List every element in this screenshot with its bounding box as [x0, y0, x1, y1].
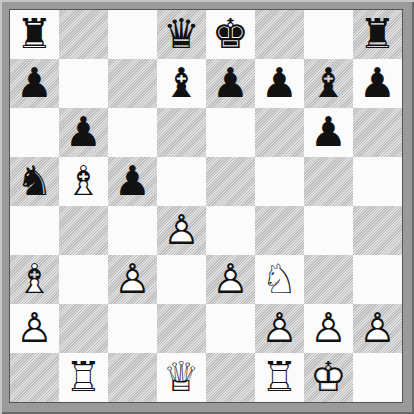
square-a7[interactable]: ♟: [10, 59, 59, 108]
square-f4[interactable]: [255, 206, 304, 255]
black-king-piece: ♚: [206, 10, 255, 59]
board-frame: ♜♛♚♜♟♝♟♟♝♟♟♟♞♗♟♙♗♙♙♘♙♙♙♙♖♕♖♔: [0, 0, 414, 414]
white-bishop-piece: ♗: [59, 157, 108, 206]
square-g2[interactable]: ♙: [304, 304, 353, 353]
square-g6[interactable]: ♟: [304, 108, 353, 157]
white-pawn-piece: ♙: [157, 206, 206, 255]
square-e7[interactable]: ♟: [206, 59, 255, 108]
square-b4[interactable]: [59, 206, 108, 255]
square-b7[interactable]: [59, 59, 108, 108]
square-b2[interactable]: [59, 304, 108, 353]
square-e3[interactable]: ♙: [206, 255, 255, 304]
square-f1[interactable]: ♖: [255, 353, 304, 402]
square-b6[interactable]: ♟: [59, 108, 108, 157]
square-c5[interactable]: ♟: [108, 157, 157, 206]
black-pawn-piece: ♟: [304, 108, 353, 157]
square-e6[interactable]: [206, 108, 255, 157]
white-rook-piece: ♖: [59, 353, 108, 402]
square-a6[interactable]: [10, 108, 59, 157]
black-pawn-piece: ♟: [108, 157, 157, 206]
square-b3[interactable]: [59, 255, 108, 304]
white-pawn-piece: ♙: [108, 255, 157, 304]
square-d6[interactable]: [157, 108, 206, 157]
white-queen-piece: ♕: [157, 353, 206, 402]
square-h1[interactable]: [353, 353, 402, 402]
square-d1[interactable]: ♕: [157, 353, 206, 402]
square-c8[interactable]: [108, 10, 157, 59]
square-f5[interactable]: [255, 157, 304, 206]
white-pawn-piece: ♙: [10, 304, 59, 353]
square-g7[interactable]: ♝: [304, 59, 353, 108]
square-g8[interactable]: [304, 10, 353, 59]
white-pawn-piece: ♙: [255, 304, 304, 353]
black-pawn-piece: ♟: [10, 59, 59, 108]
square-e5[interactable]: [206, 157, 255, 206]
square-f7[interactable]: ♟: [255, 59, 304, 108]
square-a8[interactable]: ♜: [10, 10, 59, 59]
square-e1[interactable]: [206, 353, 255, 402]
square-d3[interactable]: [157, 255, 206, 304]
square-a1[interactable]: [10, 353, 59, 402]
square-c3[interactable]: ♙: [108, 255, 157, 304]
square-b5[interactable]: ♗: [59, 157, 108, 206]
square-e4[interactable]: [206, 206, 255, 255]
square-b8[interactable]: [59, 10, 108, 59]
square-f8[interactable]: [255, 10, 304, 59]
square-f3[interactable]: ♘: [255, 255, 304, 304]
white-rook-piece: ♖: [255, 353, 304, 402]
square-h5[interactable]: [353, 157, 402, 206]
square-c1[interactable]: [108, 353, 157, 402]
square-c2[interactable]: [108, 304, 157, 353]
chess-board: ♜♛♚♜♟♝♟♟♝♟♟♟♞♗♟♙♗♙♙♘♙♙♙♙♖♕♖♔: [9, 9, 403, 403]
square-d4[interactable]: ♙: [157, 206, 206, 255]
black-rook-piece: ♜: [353, 10, 402, 59]
square-a3[interactable]: ♗: [10, 255, 59, 304]
square-g4[interactable]: [304, 206, 353, 255]
square-b1[interactable]: ♖: [59, 353, 108, 402]
square-f6[interactable]: [255, 108, 304, 157]
square-h4[interactable]: [353, 206, 402, 255]
black-bishop-piece: ♝: [304, 59, 353, 108]
square-d7[interactable]: ♝: [157, 59, 206, 108]
black-pawn-piece: ♟: [206, 59, 255, 108]
black-bishop-piece: ♝: [157, 59, 206, 108]
square-h6[interactable]: [353, 108, 402, 157]
black-queen-piece: ♛: [157, 10, 206, 59]
black-rook-piece: ♜: [10, 10, 59, 59]
square-h8[interactable]: ♜: [353, 10, 402, 59]
white-pawn-piece: ♙: [304, 304, 353, 353]
square-c7[interactable]: [108, 59, 157, 108]
square-g5[interactable]: [304, 157, 353, 206]
square-f2[interactable]: ♙: [255, 304, 304, 353]
square-h2[interactable]: ♙: [353, 304, 402, 353]
square-g3[interactable]: [304, 255, 353, 304]
square-c6[interactable]: [108, 108, 157, 157]
black-pawn-piece: ♟: [59, 108, 108, 157]
square-h3[interactable]: [353, 255, 402, 304]
square-g1[interactable]: ♔: [304, 353, 353, 402]
white-pawn-piece: ♙: [353, 304, 402, 353]
black-pawn-piece: ♟: [255, 59, 304, 108]
square-a5[interactable]: ♞: [10, 157, 59, 206]
square-d2[interactable]: [157, 304, 206, 353]
black-knight-piece: ♞: [10, 157, 59, 206]
black-pawn-piece: ♟: [353, 59, 402, 108]
square-c4[interactable]: [108, 206, 157, 255]
square-a2[interactable]: ♙: [10, 304, 59, 353]
square-e8[interactable]: ♚: [206, 10, 255, 59]
square-d5[interactable]: [157, 157, 206, 206]
white-bishop-piece: ♗: [10, 255, 59, 304]
white-king-piece: ♔: [304, 353, 353, 402]
white-knight-piece: ♘: [255, 255, 304, 304]
square-h7[interactable]: ♟: [353, 59, 402, 108]
square-a4[interactable]: [10, 206, 59, 255]
white-pawn-piece: ♙: [206, 255, 255, 304]
square-d8[interactable]: ♛: [157, 10, 206, 59]
square-e2[interactable]: [206, 304, 255, 353]
